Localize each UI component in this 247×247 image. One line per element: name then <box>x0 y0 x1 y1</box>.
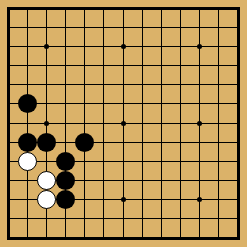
board-intersection[interactable] <box>113 113 132 132</box>
board-intersection[interactable] <box>18 75 37 94</box>
board-intersection[interactable] <box>171 75 190 94</box>
board-intersection[interactable] <box>94 133 113 152</box>
board-intersection[interactable] <box>228 190 247 209</box>
board-intersection[interactable] <box>56 209 75 228</box>
board-intersection[interactable] <box>0 56 18 75</box>
board-intersection[interactable] <box>209 171 228 190</box>
board-intersection[interactable] <box>152 56 171 75</box>
go-board-diagram <box>0 0 247 247</box>
board-intersection[interactable] <box>171 37 190 56</box>
board-intersection[interactable] <box>171 56 190 75</box>
white-stone <box>18 152 37 171</box>
board-intersection[interactable] <box>18 37 37 56</box>
board-intersection[interactable] <box>152 94 171 113</box>
board-intersection[interactable] <box>190 0 209 18</box>
board-intersection[interactable] <box>190 18 209 37</box>
board-intersection[interactable] <box>37 133 56 152</box>
board-intersection[interactable] <box>0 37 18 56</box>
board-intersection[interactable] <box>75 228 94 247</box>
board-intersection[interactable] <box>0 209 18 228</box>
board-intersection[interactable] <box>190 152 209 171</box>
board-grid <box>0 0 247 247</box>
board-intersection[interactable] <box>133 209 152 228</box>
board-intersection[interactable] <box>75 133 94 152</box>
board-intersection[interactable] <box>190 94 209 113</box>
board-intersection[interactable] <box>18 133 37 152</box>
board-intersection[interactable] <box>209 228 228 247</box>
board-intersection[interactable] <box>209 209 228 228</box>
board-intersection[interactable] <box>190 171 209 190</box>
board-intersection[interactable] <box>56 56 75 75</box>
board-intersection[interactable] <box>113 75 132 94</box>
board-intersection[interactable] <box>37 152 56 171</box>
board-intersection[interactable] <box>228 56 247 75</box>
board-intersection[interactable] <box>171 209 190 228</box>
black-stone <box>75 133 94 152</box>
board-intersection[interactable] <box>18 190 37 209</box>
black-stone <box>37 133 56 152</box>
board-intersection[interactable] <box>56 190 75 209</box>
board-intersection[interactable] <box>37 113 56 132</box>
board-intersection[interactable] <box>56 152 75 171</box>
board-intersection[interactable] <box>209 113 228 132</box>
board-intersection[interactable] <box>190 133 209 152</box>
board-intersection[interactable] <box>94 113 113 132</box>
board-intersection[interactable] <box>37 0 56 18</box>
board-intersection[interactable] <box>133 152 152 171</box>
board-intersection[interactable] <box>190 190 209 209</box>
board-intersection[interactable] <box>113 18 132 37</box>
board-intersection[interactable] <box>133 190 152 209</box>
board-intersection[interactable] <box>94 56 113 75</box>
board-intersection[interactable] <box>113 190 132 209</box>
board-intersection[interactable] <box>75 209 94 228</box>
board-intersection[interactable] <box>113 228 132 247</box>
board-intersection[interactable] <box>0 171 18 190</box>
board-intersection[interactable] <box>94 0 113 18</box>
board-intersection[interactable] <box>209 0 228 18</box>
board-intersection[interactable] <box>37 37 56 56</box>
board-intersection[interactable] <box>171 171 190 190</box>
board-intersection[interactable] <box>37 56 56 75</box>
board-intersection[interactable] <box>0 190 18 209</box>
board-intersection[interactable] <box>209 56 228 75</box>
board-intersection[interactable] <box>37 171 56 190</box>
board-intersection[interactable] <box>113 0 132 18</box>
board-intersection[interactable] <box>152 171 171 190</box>
board-intersection[interactable] <box>133 228 152 247</box>
board-intersection[interactable] <box>152 37 171 56</box>
board-intersection[interactable] <box>18 0 37 18</box>
board-intersection[interactable] <box>75 37 94 56</box>
board-intersection[interactable] <box>75 94 94 113</box>
board-intersection[interactable] <box>0 18 18 37</box>
board-intersection[interactable] <box>228 152 247 171</box>
board-intersection[interactable] <box>75 18 94 37</box>
board-intersection[interactable] <box>94 190 113 209</box>
board-intersection[interactable] <box>209 133 228 152</box>
board-intersection[interactable] <box>209 152 228 171</box>
board-intersection[interactable] <box>152 209 171 228</box>
board-intersection[interactable] <box>0 0 18 18</box>
board-intersection[interactable] <box>113 209 132 228</box>
board-intersection[interactable] <box>133 37 152 56</box>
black-stone <box>56 152 75 171</box>
board-intersection[interactable] <box>171 190 190 209</box>
board-intersection[interactable] <box>56 133 75 152</box>
board-intersection[interactable] <box>37 94 56 113</box>
board-intersection[interactable] <box>152 228 171 247</box>
board-intersection[interactable] <box>171 152 190 171</box>
board-intersection[interactable] <box>228 113 247 132</box>
board-intersection[interactable] <box>133 56 152 75</box>
board-intersection[interactable] <box>133 94 152 113</box>
board-intersection[interactable] <box>37 209 56 228</box>
board-intersection[interactable] <box>190 75 209 94</box>
board-intersection[interactable] <box>113 152 132 171</box>
board-intersection[interactable] <box>94 152 113 171</box>
board-intersection[interactable] <box>152 18 171 37</box>
board-intersection[interactable] <box>37 228 56 247</box>
board-intersection[interactable] <box>133 133 152 152</box>
board-intersection[interactable] <box>171 228 190 247</box>
board-intersection[interactable] <box>228 209 247 228</box>
white-stone <box>37 171 56 190</box>
board-intersection[interactable] <box>56 94 75 113</box>
board-intersection[interactable] <box>133 18 152 37</box>
board-intersection[interactable] <box>56 75 75 94</box>
board-intersection[interactable] <box>228 133 247 152</box>
board-intersection[interactable] <box>171 18 190 37</box>
board-intersection[interactable] <box>56 18 75 37</box>
board-intersection[interactable] <box>18 94 37 113</box>
board-intersection[interactable] <box>152 133 171 152</box>
board-intersection[interactable] <box>18 18 37 37</box>
board-intersection[interactable] <box>171 133 190 152</box>
board-intersection[interactable] <box>0 113 18 132</box>
board-intersection[interactable] <box>209 18 228 37</box>
board-intersection[interactable] <box>18 171 37 190</box>
board-intersection[interactable] <box>37 190 56 209</box>
board-intersection[interactable] <box>133 0 152 18</box>
board-intersection[interactable] <box>171 113 190 132</box>
board-intersection[interactable] <box>75 0 94 18</box>
board-intersection[interactable] <box>209 94 228 113</box>
board-intersection[interactable] <box>152 190 171 209</box>
board-intersection[interactable] <box>190 37 209 56</box>
board-intersection[interactable] <box>171 94 190 113</box>
board-intersection[interactable] <box>228 18 247 37</box>
board-intersection[interactable] <box>37 75 56 94</box>
board-intersection[interactable] <box>113 171 132 190</box>
board-intersection[interactable] <box>94 37 113 56</box>
board-intersection[interactable] <box>0 133 18 152</box>
board-intersection[interactable] <box>56 37 75 56</box>
board-intersection[interactable] <box>228 171 247 190</box>
board-intersection[interactable] <box>75 75 94 94</box>
board-intersection[interactable] <box>18 113 37 132</box>
black-stone <box>56 171 75 190</box>
board-intersection[interactable] <box>152 0 171 18</box>
goban <box>8 8 238 238</box>
board-intersection[interactable] <box>18 56 37 75</box>
board-intersection[interactable] <box>75 171 94 190</box>
board-intersection[interactable] <box>113 94 132 113</box>
board-intersection[interactable] <box>18 209 37 228</box>
white-stone <box>37 190 56 209</box>
board-intersection[interactable] <box>75 152 94 171</box>
board-intersection[interactable] <box>18 152 37 171</box>
board-intersection[interactable] <box>0 152 18 171</box>
board-intersection[interactable] <box>152 75 171 94</box>
board-intersection[interactable] <box>94 171 113 190</box>
board-intersection[interactable] <box>56 0 75 18</box>
board-intersection[interactable] <box>94 94 113 113</box>
board-intersection[interactable] <box>190 113 209 132</box>
board-intersection[interactable] <box>94 209 113 228</box>
board-intersection[interactable] <box>18 228 37 247</box>
board-intersection[interactable] <box>94 228 113 247</box>
board-intersection[interactable] <box>56 171 75 190</box>
board-intersection[interactable] <box>209 37 228 56</box>
board-intersection[interactable] <box>0 75 18 94</box>
board-intersection[interactable] <box>152 113 171 132</box>
board-intersection[interactable] <box>0 94 18 113</box>
board-intersection[interactable] <box>37 18 56 37</box>
board-intersection[interactable] <box>0 228 18 247</box>
black-stone <box>18 94 37 113</box>
board-intersection[interactable] <box>113 133 132 152</box>
board-intersection[interactable] <box>190 209 209 228</box>
board-intersection[interactable] <box>228 37 247 56</box>
black-stone <box>56 190 75 209</box>
board-intersection[interactable] <box>94 75 113 94</box>
board-intersection[interactable] <box>209 190 228 209</box>
board-intersection[interactable] <box>133 171 152 190</box>
board-intersection[interactable] <box>152 152 171 171</box>
board-intersection[interactable] <box>133 113 152 132</box>
board-intersection[interactable] <box>228 228 247 247</box>
board-intersection[interactable] <box>113 37 132 56</box>
board-intersection[interactable] <box>228 0 247 18</box>
board-intersection[interactable] <box>94 18 113 37</box>
board-intersection[interactable] <box>56 228 75 247</box>
board-intersection[interactable] <box>113 56 132 75</box>
board-intersection[interactable] <box>75 113 94 132</box>
board-intersection[interactable] <box>56 113 75 132</box>
board-intersection[interactable] <box>190 228 209 247</box>
black-stone <box>18 133 37 152</box>
board-intersection[interactable] <box>228 75 247 94</box>
board-intersection[interactable] <box>209 75 228 94</box>
board-intersection[interactable] <box>75 190 94 209</box>
board-intersection[interactable] <box>171 0 190 18</box>
board-intersection[interactable] <box>190 56 209 75</box>
board-intersection[interactable] <box>228 94 247 113</box>
board-intersection[interactable] <box>75 56 94 75</box>
board-intersection[interactable] <box>133 75 152 94</box>
